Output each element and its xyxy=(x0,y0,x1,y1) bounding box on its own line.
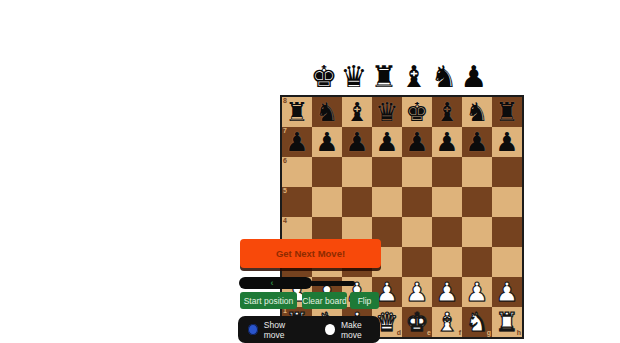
square-d7[interactable]: ♟ xyxy=(372,127,402,157)
engine-slider[interactable]: ‹ xyxy=(239,277,312,289)
square-f5[interactable] xyxy=(432,187,462,217)
square-a7[interactable]: 7♟ xyxy=(282,127,312,157)
square-h8[interactable]: ♜ xyxy=(492,97,522,127)
file-label-d: d xyxy=(397,329,401,337)
square-c5[interactable] xyxy=(342,187,372,217)
square-c8[interactable]: ♝ xyxy=(342,97,372,127)
black-pawn: ♟ xyxy=(492,127,522,157)
square-f2[interactable]: ♟ xyxy=(432,277,462,307)
black-pawn: ♟ xyxy=(312,127,342,157)
square-c7[interactable]: ♟ xyxy=(342,127,372,157)
rank-label-7: 7 xyxy=(283,127,287,135)
square-a8[interactable]: 8♜ xyxy=(282,97,312,127)
square-g4[interactable] xyxy=(462,217,492,247)
engine-slider-track[interactable] xyxy=(310,281,355,286)
rank-label-4: 4 xyxy=(283,217,287,225)
black-knight: ♞ xyxy=(312,97,342,127)
white-pawn: ♟ xyxy=(492,277,522,307)
palette-black-king[interactable]: ♚ xyxy=(309,59,339,94)
square-e8[interactable]: ♚ xyxy=(402,97,432,127)
white-bishop: ♝ xyxy=(432,307,462,337)
square-g8[interactable]: ♞ xyxy=(462,97,492,127)
palette-black-pawn[interactable]: ♟ xyxy=(459,59,489,94)
square-c6[interactable] xyxy=(342,157,372,187)
show-move-label: Show move xyxy=(264,320,303,340)
black-pawn: ♟ xyxy=(342,127,372,157)
square-h5[interactable] xyxy=(492,187,522,217)
square-g5[interactable] xyxy=(462,187,492,217)
rank-label-6: 6 xyxy=(283,157,287,165)
clear-board-button[interactable]: Clear board xyxy=(302,292,347,309)
square-g6[interactable] xyxy=(462,157,492,187)
black-pawn: ♟ xyxy=(402,127,432,157)
black-knight: ♞ xyxy=(462,97,492,127)
square-d8[interactable]: ♛ xyxy=(372,97,402,127)
show-move-radio-dot[interactable] xyxy=(248,324,258,335)
square-f1[interactable]: f♝ xyxy=(432,307,462,337)
square-h2[interactable]: ♟ xyxy=(492,277,522,307)
square-h4[interactable] xyxy=(492,217,522,247)
square-e2[interactable]: ♟ xyxy=(402,277,432,307)
flip-button[interactable]: Flip xyxy=(350,292,379,309)
rank-label-8: 8 xyxy=(283,97,287,105)
square-b5[interactable] xyxy=(312,187,342,217)
square-f8[interactable]: ♝ xyxy=(432,97,462,127)
black-king: ♚ xyxy=(402,97,432,127)
square-f6[interactable] xyxy=(432,157,462,187)
white-pawn: ♟ xyxy=(462,277,492,307)
rank-label-5: 5 xyxy=(283,187,287,195)
square-e7[interactable]: ♟ xyxy=(402,127,432,157)
file-label-g: g xyxy=(487,329,491,337)
square-h3[interactable] xyxy=(492,247,522,277)
square-e4[interactable] xyxy=(402,217,432,247)
file-label-h: h xyxy=(517,329,521,337)
black-queen: ♛ xyxy=(372,97,402,127)
black-bishop: ♝ xyxy=(342,97,372,127)
square-d5[interactable] xyxy=(372,187,402,217)
square-b8[interactable]: ♞ xyxy=(312,97,342,127)
start-position-button[interactable]: Start position xyxy=(240,292,297,309)
square-g1[interactable]: g♞ xyxy=(462,307,492,337)
square-a5[interactable]: 5 xyxy=(282,187,312,217)
black-rook: ♜ xyxy=(492,97,522,127)
make-move-radio-dot[interactable] xyxy=(325,324,335,335)
make-move-label: Make move xyxy=(341,320,380,340)
palette-black-bishop[interactable]: ♝ xyxy=(399,59,429,94)
file-label-e: e xyxy=(427,329,431,337)
piece-palette: ♚♛♜♝♞♟ xyxy=(309,59,489,94)
square-e3[interactable] xyxy=(402,247,432,277)
square-g2[interactable]: ♟ xyxy=(462,277,492,307)
square-a6[interactable]: 6 xyxy=(282,157,312,187)
black-bishop: ♝ xyxy=(432,97,462,127)
black-pawn: ♟ xyxy=(462,127,492,157)
square-e5[interactable] xyxy=(402,187,432,217)
white-pawn: ♟ xyxy=(432,277,462,307)
palette-black-knight[interactable]: ♞ xyxy=(429,59,459,94)
black-pawn: ♟ xyxy=(372,127,402,157)
file-label-f: f xyxy=(459,329,461,337)
slider-marker-icon: ‹ xyxy=(268,279,276,287)
square-f7[interactable]: ♟ xyxy=(432,127,462,157)
square-h1[interactable]: h♜ xyxy=(492,307,522,337)
square-f4[interactable] xyxy=(432,217,462,247)
palette-black-queen[interactable]: ♛ xyxy=(339,59,369,94)
show-move-radio[interactable]: Show move xyxy=(248,320,303,340)
square-g3[interactable] xyxy=(462,247,492,277)
black-pawn: ♟ xyxy=(432,127,462,157)
square-b6[interactable] xyxy=(312,157,342,187)
square-d6[interactable] xyxy=(372,157,402,187)
square-f3[interactable] xyxy=(432,247,462,277)
get-next-move-button[interactable]: Get Next Move! xyxy=(240,239,381,268)
palette-black-rook[interactable]: ♜ xyxy=(369,59,399,94)
square-e6[interactable] xyxy=(402,157,432,187)
square-e1[interactable]: e♚ xyxy=(402,307,432,337)
square-h7[interactable]: ♟ xyxy=(492,127,522,157)
white-pawn: ♟ xyxy=(402,277,432,307)
square-b7[interactable]: ♟ xyxy=(312,127,342,157)
square-g7[interactable]: ♟ xyxy=(462,127,492,157)
make-move-radio[interactable]: Make move xyxy=(325,320,380,340)
move-mode-bar: Show move Make move xyxy=(238,316,380,343)
square-h6[interactable] xyxy=(492,157,522,187)
